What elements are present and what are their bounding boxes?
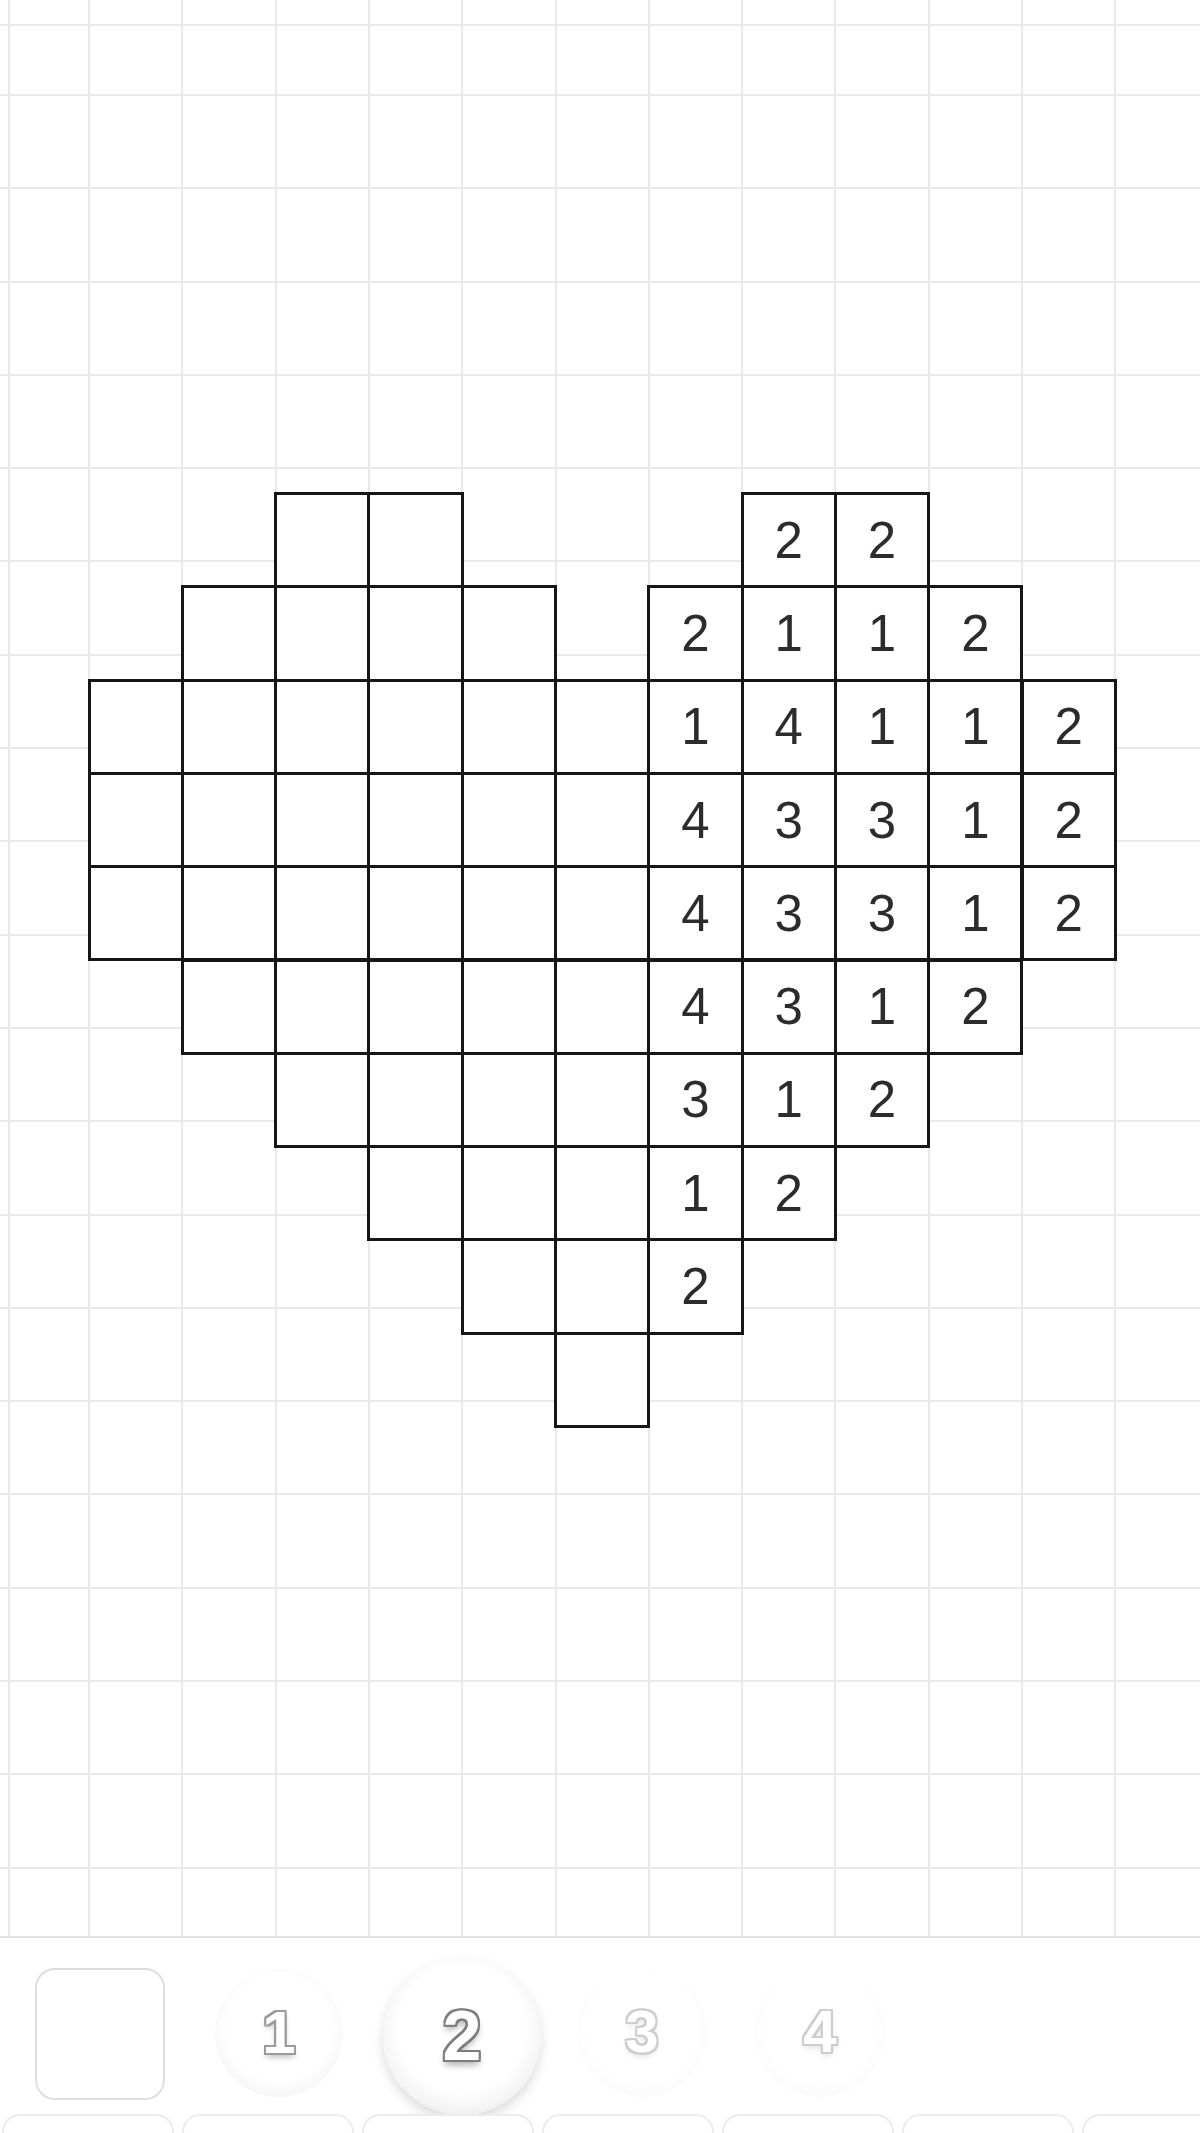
cell-number: 2 xyxy=(681,608,709,659)
heart-cell[interactable] xyxy=(461,585,557,681)
heart-cell[interactable]: 3 xyxy=(834,865,930,961)
color-button-number: 2 xyxy=(443,2001,482,2071)
heart-cell[interactable]: 1 xyxy=(741,1052,837,1148)
cell-number: 2 xyxy=(1054,701,1082,752)
heart-cell[interactable]: 2 xyxy=(647,585,743,681)
heart-cell[interactable] xyxy=(554,865,650,961)
color-button-number: 4 xyxy=(803,2002,836,2062)
heart-cell[interactable] xyxy=(181,679,277,775)
heart-cell[interactable] xyxy=(554,1332,650,1428)
heart-cell[interactable] xyxy=(367,679,463,775)
cell-number: 2 xyxy=(961,981,989,1032)
cell-number: 3 xyxy=(868,888,896,939)
heart-cell[interactable] xyxy=(88,772,184,868)
bottom-toolbar-button[interactable] xyxy=(1082,2114,1200,2133)
heart-cell[interactable] xyxy=(554,772,650,868)
cell-number: 1 xyxy=(868,608,896,659)
heart-cell[interactable] xyxy=(554,1238,650,1334)
heart-cell[interactable] xyxy=(367,492,463,588)
heart-cell[interactable]: 2 xyxy=(741,492,837,588)
cell-number: 2 xyxy=(775,1168,803,1219)
heart-cell[interactable]: 3 xyxy=(834,772,930,868)
color-palette-bar: 1234 xyxy=(0,1938,1200,2133)
heart-cell[interactable]: 2 xyxy=(834,492,930,588)
heart-cell[interactable] xyxy=(274,585,370,681)
bottom-toolbar-button[interactable] xyxy=(902,2114,1074,2133)
color-button-1[interactable]: 1 xyxy=(215,1969,343,2097)
bottom-toolbar-button[interactable] xyxy=(362,2114,534,2133)
cell-number: 1 xyxy=(775,1074,803,1125)
heart-cell[interactable]: 4 xyxy=(741,679,837,775)
bottom-toolbar-button[interactable] xyxy=(542,2114,714,2133)
heart-cell[interactable]: 3 xyxy=(741,959,837,1055)
heart-cell[interactable]: 1 xyxy=(834,585,930,681)
app-screen: 2221121411243312433124312312122 1234 xyxy=(0,0,1200,2133)
heart-cell[interactable]: 3 xyxy=(647,1052,743,1148)
heart-cell[interactable]: 1 xyxy=(647,1145,743,1241)
heart-cell[interactable]: 1 xyxy=(647,679,743,775)
heart-cell[interactable] xyxy=(181,585,277,681)
heart-cell[interactable]: 2 xyxy=(1021,772,1117,868)
heart-cell[interactable]: 3 xyxy=(741,772,837,868)
heart-cell[interactable] xyxy=(367,772,463,868)
heart-cell[interactable]: 2 xyxy=(741,1145,837,1241)
cell-number: 1 xyxy=(868,981,896,1032)
heart-cell[interactable] xyxy=(461,1145,557,1241)
heart-cell[interactable]: 1 xyxy=(834,679,930,775)
heart-cell[interactable] xyxy=(554,959,650,1055)
heart-cell[interactable] xyxy=(367,865,463,961)
cell-number: 2 xyxy=(681,1261,709,1312)
heart-cell[interactable]: 1 xyxy=(927,679,1023,775)
cell-number: 1 xyxy=(775,608,803,659)
bottom-toolbar-button[interactable] xyxy=(182,2114,354,2133)
cell-number: 3 xyxy=(681,1074,709,1125)
heart-cell[interactable]: 4 xyxy=(647,865,743,961)
cell-number: 4 xyxy=(681,795,709,846)
cell-number: 1 xyxy=(681,701,709,752)
heart-cell[interactable]: 4 xyxy=(647,772,743,868)
cell-number: 2 xyxy=(868,515,896,566)
heart-cell[interactable] xyxy=(274,865,370,961)
bottom-toolbar-button[interactable] xyxy=(2,2114,174,2133)
heart-cell[interactable] xyxy=(461,679,557,775)
heart-cell[interactable] xyxy=(274,1052,370,1148)
cell-number: 2 xyxy=(775,515,803,566)
heart-cell[interactable] xyxy=(274,959,370,1055)
heart-cell[interactable]: 2 xyxy=(927,585,1023,681)
heart-cell[interactable]: 2 xyxy=(927,959,1023,1055)
heart-cell[interactable] xyxy=(461,1052,557,1148)
heart-cell[interactable] xyxy=(181,959,277,1055)
color-button-number: 3 xyxy=(625,2002,658,2062)
heart-cell[interactable] xyxy=(274,679,370,775)
cell-number: 4 xyxy=(775,701,803,752)
color-button-2[interactable]: 2 xyxy=(383,1957,541,2115)
cell-number: 1 xyxy=(961,701,989,752)
heart-cell[interactable]: 3 xyxy=(741,865,837,961)
heart-cell[interactable] xyxy=(554,679,650,775)
heart-cell[interactable] xyxy=(274,772,370,868)
cell-number: 3 xyxy=(775,795,803,846)
cell-number: 3 xyxy=(775,888,803,939)
heart-cell[interactable] xyxy=(461,865,557,961)
cell-number: 3 xyxy=(868,795,896,846)
blank-swatch-eraser-button[interactable] xyxy=(35,1968,165,2100)
heart-cell[interactable] xyxy=(461,959,557,1055)
cell-number: 1 xyxy=(681,1168,709,1219)
heart-cell[interactable] xyxy=(554,1052,650,1148)
cell-number: 1 xyxy=(868,701,896,752)
heart-cell[interactable]: 1 xyxy=(741,585,837,681)
cell-number: 3 xyxy=(775,981,803,1032)
heart-cell[interactable] xyxy=(88,865,184,961)
cell-number: 4 xyxy=(681,981,709,1032)
heart-cell[interactable] xyxy=(181,772,277,868)
heart-cell[interactable]: 2 xyxy=(1021,865,1117,961)
heart-cell[interactable]: 2 xyxy=(834,1052,930,1148)
heart-cell[interactable] xyxy=(367,1145,463,1241)
cell-number: 1 xyxy=(961,795,989,846)
heart-cell[interactable] xyxy=(461,1238,557,1334)
heart-cell[interactable] xyxy=(367,959,463,1055)
heart-cell[interactable]: 2 xyxy=(1021,679,1117,775)
heart-cell[interactable] xyxy=(274,492,370,588)
heart-cell[interactable]: 2 xyxy=(647,1238,743,1334)
cell-number: 2 xyxy=(961,608,989,659)
heart-cell[interactable] xyxy=(367,1052,463,1148)
cell-number: 2 xyxy=(868,1074,896,1125)
heart-cell[interactable] xyxy=(181,865,277,961)
heart-cell[interactable] xyxy=(367,585,463,681)
heart-cell[interactable]: 4 xyxy=(647,959,743,1055)
cell-number: 2 xyxy=(1054,795,1082,846)
heart-cell[interactable]: 1 xyxy=(927,772,1023,868)
color-button-4[interactable]: 4 xyxy=(755,1967,885,2097)
heart-cell[interactable] xyxy=(461,772,557,868)
heart-cell[interactable] xyxy=(554,1145,650,1241)
heart-cell[interactable]: 1 xyxy=(927,865,1023,961)
cell-number: 4 xyxy=(681,888,709,939)
heart-cell[interactable] xyxy=(88,679,184,775)
color-button-number: 1 xyxy=(262,2003,295,2063)
puzzle-canvas[interactable]: 2221121411243312433124312312122 xyxy=(0,0,1200,1936)
heart-cell[interactable]: 1 xyxy=(834,959,930,1055)
cell-number: 2 xyxy=(1054,888,1082,939)
bottom-toolbar-button[interactable] xyxy=(722,2114,894,2133)
color-button-3[interactable]: 3 xyxy=(577,1967,707,2097)
cell-number: 1 xyxy=(961,888,989,939)
